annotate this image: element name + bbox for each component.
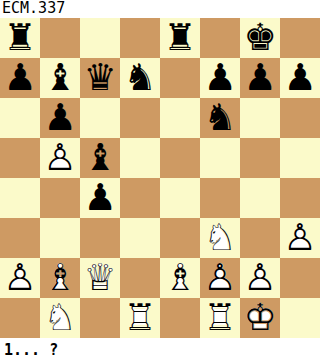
square-c5[interactable]: ♝ — [80, 138, 120, 178]
black-rook-icon: ♜ — [160, 18, 200, 58]
square-h8[interactable] — [280, 18, 320, 58]
square-f6[interactable]: ♞ — [200, 98, 240, 138]
black-pawn-icon: ♟ — [240, 58, 280, 98]
square-d7[interactable]: ♞ — [120, 58, 160, 98]
white-knight-icon: ♞♘ — [40, 298, 80, 338]
square-h5[interactable] — [280, 138, 320, 178]
square-a2[interactable]: ♟♙ — [0, 258, 40, 298]
square-a5[interactable] — [0, 138, 40, 178]
chess-puzzle-window: ECM.337 ♜♜♚♟♝♛♞♟♟♟♟♞♟♙♝♟♞♘♟♙♟♙♝♗♛♕♝♗♟♙♟♙… — [0, 0, 320, 360]
square-c7[interactable]: ♛ — [80, 58, 120, 98]
square-d4[interactable] — [120, 178, 160, 218]
square-b5[interactable]: ♟♙ — [40, 138, 80, 178]
black-bishop-icon: ♝ — [40, 58, 80, 98]
square-d8[interactable] — [120, 18, 160, 58]
white-bishop-icon: ♝♗ — [40, 258, 80, 298]
move-prompt: 1... ? — [0, 338, 320, 360]
square-c2[interactable]: ♛♕ — [80, 258, 120, 298]
chess-board: ♜♜♚♟♝♛♞♟♟♟♟♞♟♙♝♟♞♘♟♙♟♙♝♗♛♕♝♗♟♙♟♙♞♘♜♖♜♖♚♔ — [0, 18, 320, 338]
square-c3[interactable] — [80, 218, 120, 258]
square-e8[interactable]: ♜ — [160, 18, 200, 58]
square-f5[interactable] — [200, 138, 240, 178]
black-knight-icon: ♞ — [120, 58, 160, 98]
square-g1[interactable]: ♚♔ — [240, 298, 280, 338]
square-g5[interactable] — [240, 138, 280, 178]
white-pawn-icon: ♟♙ — [240, 258, 280, 298]
white-king-icon: ♚♔ — [240, 298, 280, 338]
square-e3[interactable] — [160, 218, 200, 258]
square-e4[interactable] — [160, 178, 200, 218]
square-b1[interactable]: ♞♘ — [40, 298, 80, 338]
square-f1[interactable]: ♜♖ — [200, 298, 240, 338]
white-queen-icon: ♛♕ — [80, 258, 120, 298]
white-rook-icon: ♜♖ — [200, 298, 240, 338]
square-f7[interactable]: ♟ — [200, 58, 240, 98]
square-d5[interactable] — [120, 138, 160, 178]
square-d3[interactable] — [120, 218, 160, 258]
square-c1[interactable] — [80, 298, 120, 338]
square-b8[interactable] — [40, 18, 80, 58]
square-g4[interactable] — [240, 178, 280, 218]
square-h6[interactable] — [280, 98, 320, 138]
square-d6[interactable] — [120, 98, 160, 138]
square-e2[interactable]: ♝♗ — [160, 258, 200, 298]
square-e7[interactable] — [160, 58, 200, 98]
black-bishop-icon: ♝ — [80, 138, 120, 178]
square-b3[interactable] — [40, 218, 80, 258]
square-a6[interactable] — [0, 98, 40, 138]
white-bishop-icon: ♝♗ — [160, 258, 200, 298]
square-a7[interactable]: ♟ — [0, 58, 40, 98]
black-pawn-icon: ♟ — [40, 98, 80, 138]
square-f8[interactable] — [200, 18, 240, 58]
square-c8[interactable] — [80, 18, 120, 58]
white-pawn-icon: ♟♙ — [0, 258, 40, 298]
black-king-icon: ♚ — [240, 18, 280, 58]
white-knight-icon: ♞♘ — [200, 218, 240, 258]
square-h4[interactable] — [280, 178, 320, 218]
black-knight-icon: ♞ — [200, 98, 240, 138]
square-h1[interactable] — [280, 298, 320, 338]
square-g2[interactable]: ♟♙ — [240, 258, 280, 298]
square-f3[interactable]: ♞♘ — [200, 218, 240, 258]
square-a1[interactable] — [0, 298, 40, 338]
square-h7[interactable]: ♟ — [280, 58, 320, 98]
white-pawn-icon: ♟♙ — [280, 218, 320, 258]
square-a3[interactable] — [0, 218, 40, 258]
square-b7[interactable]: ♝ — [40, 58, 80, 98]
square-f2[interactable]: ♟♙ — [200, 258, 240, 298]
square-b6[interactable]: ♟ — [40, 98, 80, 138]
square-e1[interactable] — [160, 298, 200, 338]
black-pawn-icon: ♟ — [0, 58, 40, 98]
black-pawn-icon: ♟ — [80, 178, 120, 218]
square-a8[interactable]: ♜ — [0, 18, 40, 58]
square-d1[interactable]: ♜♖ — [120, 298, 160, 338]
white-rook-icon: ♜♖ — [120, 298, 160, 338]
square-b2[interactable]: ♝♗ — [40, 258, 80, 298]
white-pawn-icon: ♟♙ — [200, 258, 240, 298]
black-queen-icon: ♛ — [80, 58, 120, 98]
square-h3[interactable]: ♟♙ — [280, 218, 320, 258]
square-f4[interactable] — [200, 178, 240, 218]
square-c6[interactable] — [80, 98, 120, 138]
black-pawn-icon: ♟ — [280, 58, 320, 98]
black-rook-icon: ♜ — [0, 18, 40, 58]
square-g6[interactable] — [240, 98, 280, 138]
square-g7[interactable]: ♟ — [240, 58, 280, 98]
square-g3[interactable] — [240, 218, 280, 258]
white-pawn-icon: ♟♙ — [40, 138, 80, 178]
square-g8[interactable]: ♚ — [240, 18, 280, 58]
square-c4[interactable]: ♟ — [80, 178, 120, 218]
square-e5[interactable] — [160, 138, 200, 178]
black-pawn-icon: ♟ — [200, 58, 240, 98]
square-d2[interactable] — [120, 258, 160, 298]
square-e6[interactable] — [160, 98, 200, 138]
square-b4[interactable] — [40, 178, 80, 218]
square-h2[interactable] — [280, 258, 320, 298]
square-a4[interactable] — [0, 178, 40, 218]
